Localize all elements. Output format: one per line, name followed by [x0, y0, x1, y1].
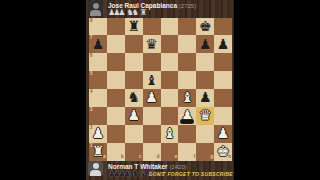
- letterbox-left: [0, 0, 86, 180]
- file-coordinate-label: f: [194, 155, 196, 160]
- square-e6[interactable]: [161, 53, 179, 71]
- rank-coordinate-label: 4: [90, 90, 93, 95]
- piece-white-bishop[interactable]: ♝: [181, 89, 194, 106]
- square-e3[interactable]: [161, 107, 179, 125]
- subscribe-overlay-text: DON'T FORGET TO SUBSCRIBE: [149, 171, 233, 177]
- piece-black-pawn[interactable]: ♟: [199, 89, 212, 106]
- rank-coordinate-label: 6: [90, 54, 93, 59]
- square-f8[interactable]: [178, 18, 196, 36]
- square-h1[interactable]: h♚: [214, 143, 232, 161]
- square-d7[interactable]: ♛: [143, 35, 161, 53]
- square-d8[interactable]: [143, 18, 161, 36]
- square-b5[interactable]: [107, 71, 125, 89]
- square-c8[interactable]: ♜: [125, 18, 143, 36]
- square-d2[interactable]: [143, 125, 161, 143]
- square-e7[interactable]: [161, 35, 179, 53]
- square-h4[interactable]: [214, 89, 232, 107]
- square-d4[interactable]: ♟: [143, 89, 161, 107]
- square-c6[interactable]: [125, 53, 143, 71]
- square-g1[interactable]: g: [196, 143, 214, 161]
- square-d6[interactable]: [143, 53, 161, 71]
- file-coordinate-label: e: [175, 155, 178, 160]
- square-b4[interactable]: [107, 89, 125, 107]
- captured-rook-icon: ♜: [140, 9, 145, 17]
- file-coordinate-label: g: [210, 155, 213, 160]
- square-g2[interactable]: [196, 125, 214, 143]
- square-a2[interactable]: 2♟: [89, 125, 107, 143]
- square-a6[interactable]: 6: [89, 53, 107, 71]
- square-f5[interactable]: [178, 71, 196, 89]
- piece-black-knight[interactable]: ♞: [127, 89, 140, 106]
- rank-coordinate-label: 7: [90, 36, 93, 41]
- avatar-silhouette-body: [90, 170, 101, 177]
- square-b1[interactable]: b: [107, 143, 125, 161]
- piece-black-pawn[interactable]: ♟: [217, 36, 230, 53]
- captured-pawn-icon: ♟: [118, 9, 123, 17]
- piece-white-rook[interactable]: ♜: [92, 143, 105, 160]
- rank-coordinate-label: 8: [90, 19, 93, 24]
- square-d5[interactable]: ♝: [143, 71, 161, 89]
- captured-pawn-icon: ♟: [124, 170, 129, 178]
- captured-bishop-icon: ♝: [140, 170, 145, 178]
- rank-coordinate-label: 2: [90, 126, 93, 131]
- square-c1[interactable]: c: [125, 143, 143, 161]
- square-b8[interactable]: [107, 18, 125, 36]
- square-g3[interactable]: ♛: [196, 107, 214, 125]
- square-g7[interactable]: ♟: [196, 35, 214, 53]
- square-e1[interactable]: e: [161, 143, 179, 161]
- square-g4[interactable]: ♟: [196, 89, 214, 107]
- piece-white-pawn[interactable]: ♟: [217, 125, 230, 142]
- avatar-silhouette-body: [90, 10, 101, 17]
- piece-black-bishop[interactable]: ♝: [145, 72, 158, 89]
- game-panel: Jose Raul Capablanca (2725) ♟♟♟♞♞♜ 8♜♚7♟…: [86, 0, 234, 180]
- square-f1[interactable]: f: [178, 143, 196, 161]
- square-g8[interactable]: ♚: [196, 18, 214, 36]
- captured-pieces-black-player: ♟♟♟♞♞♜: [108, 9, 145, 17]
- piece-black-rook[interactable]: ♜: [127, 18, 140, 35]
- piece-white-queen[interactable]: ♛: [199, 107, 212, 124]
- square-a8[interactable]: 8: [89, 18, 107, 36]
- move-annotation-badge: [180, 119, 194, 124]
- square-g5[interactable]: [196, 71, 214, 89]
- square-d3[interactable]: [143, 107, 161, 125]
- avatar-silhouette-head: [93, 3, 99, 9]
- square-h3[interactable]: [214, 107, 232, 125]
- square-b7[interactable]: [107, 35, 125, 53]
- square-h5[interactable]: [214, 71, 232, 89]
- square-c2[interactable]: [125, 125, 143, 143]
- captured-knight-icon: ♞: [132, 170, 137, 178]
- square-f2[interactable]: [178, 125, 196, 143]
- square-h7[interactable]: ♟: [214, 35, 232, 53]
- piece-white-pawn[interactable]: ♟: [127, 107, 140, 124]
- avatar-black-player: [88, 1, 103, 16]
- file-coordinate-label: h: [228, 155, 231, 160]
- square-c5[interactable]: [125, 71, 143, 89]
- square-b3[interactable]: [107, 107, 125, 125]
- file-coordinate-label: b: [121, 155, 124, 160]
- black-player-rating: (2725): [179, 3, 196, 9]
- file-coordinate-label: d: [157, 155, 160, 160]
- file-coordinate-label: a: [103, 155, 106, 160]
- square-b2[interactable]: [107, 125, 125, 143]
- square-a4[interactable]: 4: [89, 89, 107, 107]
- letterbox-right: [234, 0, 320, 180]
- square-e4[interactable]: [161, 89, 179, 107]
- square-f7[interactable]: [178, 35, 196, 53]
- square-a5[interactable]: 5: [89, 71, 107, 89]
- piece-white-pawn[interactable]: ♟: [92, 125, 105, 142]
- square-h2[interactable]: ♟: [214, 125, 232, 143]
- square-b6[interactable]: [107, 53, 125, 71]
- square-g6[interactable]: [196, 53, 214, 71]
- square-d1[interactable]: d: [143, 143, 161, 161]
- square-h6[interactable]: [214, 53, 232, 71]
- square-a3[interactable]: 3: [89, 107, 107, 125]
- square-a1[interactable]: 1a♜: [89, 143, 107, 161]
- square-f6[interactable]: [178, 53, 196, 71]
- video-frame: Jose Raul Capablanca (2725) ♟♟♟♞♞♜ 8♜♚7♟…: [0, 0, 320, 180]
- rank-coordinate-label: 5: [90, 72, 93, 77]
- file-coordinate-label: c: [139, 155, 142, 160]
- piece-black-pawn[interactable]: ♟: [199, 36, 212, 53]
- piece-white-pawn[interactable]: ♟: [145, 89, 158, 106]
- square-f4[interactable]: ♝: [178, 89, 196, 107]
- chess-board: 8♜♚7♟♛♟♟65♝4♞♟♝♟3♟♟♛2♟♝♟1a♜bcdefgh♚: [89, 18, 232, 161]
- rank-coordinate-label: 1: [90, 144, 93, 149]
- square-a7[interactable]: 7♟: [89, 35, 107, 53]
- avatar-silhouette-head: [93, 163, 99, 169]
- piece-black-king[interactable]: ♚: [199, 18, 212, 35]
- white-player-rating: (2420): [169, 164, 186, 170]
- avatar-white-player: [88, 161, 103, 176]
- square-e5[interactable]: [161, 71, 179, 89]
- piece-white-bishop[interactable]: ♝: [163, 125, 176, 142]
- square-c4[interactable]: ♞: [125, 89, 143, 107]
- square-c3[interactable]: ♟: [125, 107, 143, 125]
- piece-black-pawn[interactable]: ♟: [92, 36, 105, 53]
- square-e8[interactable]: [161, 18, 179, 36]
- rank-coordinate-label: 3: [90, 108, 93, 113]
- piece-black-queen[interactable]: ♛: [145, 36, 158, 53]
- captured-knight-icon: ♞: [132, 9, 137, 17]
- square-e2[interactable]: ♝: [161, 125, 179, 143]
- square-h8[interactable]: [214, 18, 232, 36]
- square-c7[interactable]: [125, 35, 143, 53]
